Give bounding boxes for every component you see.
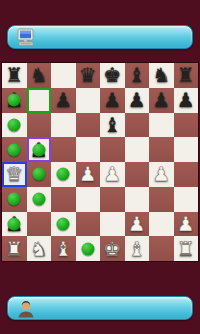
computer-icon	[15, 27, 37, 49]
square-f4[interactable]	[125, 162, 150, 187]
square-d4[interactable]: ♟	[76, 162, 101, 187]
square-f1[interactable]: ♝	[125, 236, 150, 261]
square-h5[interactable]	[174, 137, 199, 162]
square-c1[interactable]: ♝	[51, 236, 76, 261]
square-c4[interactable]	[51, 162, 76, 187]
white-rook[interactable]: ♜	[177, 239, 195, 259]
square-c5[interactable]	[51, 137, 76, 162]
human-player-icon	[15, 298, 37, 320]
human-player-bar	[7, 296, 193, 320]
square-d1[interactable]	[76, 236, 101, 261]
square-c6[interactable]	[51, 113, 76, 138]
legal-move-dot	[8, 217, 21, 230]
square-d8[interactable]: ♛	[76, 63, 101, 88]
legal-move-dot	[8, 94, 21, 107]
black-bishop[interactable]: ♝	[103, 115, 121, 135]
square-b4[interactable]	[27, 162, 52, 187]
square-a4[interactable]: ♛	[2, 162, 27, 187]
square-g3[interactable]	[149, 187, 174, 212]
square-g5[interactable]	[149, 137, 174, 162]
square-f6[interactable]	[125, 113, 150, 138]
square-c2[interactable]	[51, 212, 76, 237]
square-f7[interactable]: ♟	[125, 88, 150, 113]
square-e4[interactable]: ♟	[100, 162, 125, 187]
square-d6[interactable]	[76, 113, 101, 138]
black-rook[interactable]: ♜	[5, 65, 23, 85]
square-d2[interactable]	[76, 212, 101, 237]
white-pawn[interactable]: ♟	[177, 214, 195, 234]
square-g1[interactable]	[149, 236, 174, 261]
square-b8[interactable]: ♞	[27, 63, 52, 88]
square-d7[interactable]	[76, 88, 101, 113]
square-f5[interactable]	[125, 137, 150, 162]
square-a1[interactable]: ♜	[2, 236, 27, 261]
square-b6[interactable]	[27, 113, 52, 138]
black-bishop[interactable]: ♝	[128, 65, 146, 85]
computer-player-bar	[7, 25, 193, 49]
white-bishop[interactable]: ♝	[128, 239, 146, 259]
square-h1[interactable]: ♜	[174, 236, 199, 261]
chess-board: ♜♞♛♚♝♞♜♟♟♟♟♟♟♝♟♛♟♟♟♟♟♟♜♞♝♚♝♜	[1, 62, 199, 262]
white-king[interactable]: ♚	[103, 239, 121, 259]
black-knight[interactable]: ♞	[152, 65, 170, 85]
square-h7[interactable]: ♟	[174, 88, 199, 113]
white-pawn[interactable]: ♟	[128, 214, 146, 234]
square-b2[interactable]	[27, 212, 52, 237]
square-h4[interactable]	[174, 162, 199, 187]
square-b5[interactable]: ♟	[27, 137, 52, 162]
square-h2[interactable]: ♟	[174, 212, 199, 237]
square-a2[interactable]: ♟	[2, 212, 27, 237]
white-rook[interactable]: ♜	[5, 239, 23, 259]
square-c8[interactable]	[51, 63, 76, 88]
black-knight[interactable]: ♞	[30, 65, 48, 85]
square-c3[interactable]	[51, 187, 76, 212]
square-a5[interactable]	[2, 137, 27, 162]
white-pawn[interactable]: ♟	[152, 164, 170, 184]
legal-move-dot	[8, 193, 21, 206]
square-b1[interactable]: ♞	[27, 236, 52, 261]
white-bishop[interactable]: ♝	[54, 239, 72, 259]
black-pawn[interactable]: ♟	[152, 90, 170, 110]
square-f8[interactable]: ♝	[125, 63, 150, 88]
square-e5[interactable]	[100, 137, 125, 162]
square-g6[interactable]	[149, 113, 174, 138]
white-pawn[interactable]: ♟	[79, 164, 97, 184]
black-pawn[interactable]: ♟	[54, 90, 72, 110]
square-e2[interactable]	[100, 212, 125, 237]
square-g7[interactable]: ♟	[149, 88, 174, 113]
square-a6[interactable]	[2, 113, 27, 138]
square-b3[interactable]	[27, 187, 52, 212]
square-f3[interactable]	[125, 187, 150, 212]
square-f2[interactable]: ♟	[125, 212, 150, 237]
square-h8[interactable]: ♜	[174, 63, 199, 88]
legal-move-dot	[32, 143, 45, 156]
square-g8[interactable]: ♞	[149, 63, 174, 88]
legal-move-dot	[8, 118, 21, 131]
black-king[interactable]: ♚	[103, 65, 121, 85]
legal-move-dot	[81, 242, 94, 255]
black-pawn[interactable]: ♟	[128, 90, 146, 110]
square-e8[interactable]: ♚	[100, 63, 125, 88]
black-pawn[interactable]: ♟	[177, 90, 195, 110]
square-e7[interactable]: ♟	[100, 88, 125, 113]
square-b7[interactable]	[27, 88, 52, 113]
legal-move-dot	[57, 168, 70, 181]
square-a7[interactable]: ♟	[2, 88, 27, 113]
square-g2[interactable]	[149, 212, 174, 237]
legal-move-dot	[8, 143, 21, 156]
white-pawn[interactable]: ♟	[103, 164, 121, 184]
square-a3[interactable]	[2, 187, 27, 212]
square-h6[interactable]	[174, 113, 199, 138]
square-c7[interactable]: ♟	[51, 88, 76, 113]
square-d3[interactable]	[76, 187, 101, 212]
black-queen[interactable]: ♛	[79, 65, 97, 85]
black-rook[interactable]: ♜	[177, 65, 195, 85]
square-a8[interactable]: ♜	[2, 63, 27, 88]
square-e6[interactable]: ♝	[100, 113, 125, 138]
white-knight[interactable]: ♞	[30, 239, 48, 259]
legal-move-dot	[32, 168, 45, 181]
legal-move-dot	[32, 193, 45, 206]
square-h3[interactable]	[174, 187, 199, 212]
square-g4[interactable]: ♟	[149, 162, 174, 187]
legal-move-dot	[57, 217, 70, 230]
square-e3[interactable]	[100, 187, 125, 212]
black-pawn[interactable]: ♟	[103, 90, 121, 110]
square-d5[interactable]	[76, 137, 101, 162]
square-e1[interactable]: ♚	[100, 236, 125, 261]
white-queen[interactable]: ♛	[5, 164, 23, 184]
